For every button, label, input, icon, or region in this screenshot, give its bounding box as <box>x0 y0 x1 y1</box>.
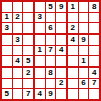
given-cell-r3c7[interactable]: 2 <box>68 23 78 33</box>
empty-cell-r1c8[interactable] <box>79 2 89 12</box>
given-cell-r9c4[interactable]: 4 <box>35 89 45 99</box>
empty-cell-r9c9[interactable] <box>89 89 99 99</box>
given-cell-r6c2[interactable]: 4 <box>13 56 23 66</box>
given-cell-r8c8[interactable]: 6 <box>79 79 89 89</box>
given-cell-r6c8[interactable]: 1 <box>79 56 89 66</box>
empty-cell-r7c7[interactable] <box>68 68 78 78</box>
empty-cell-r4c3[interactable] <box>23 35 33 45</box>
empty-cell-r8c7[interactable] <box>68 79 78 89</box>
empty-cell-r9c2[interactable] <box>13 89 23 99</box>
given-cell-r4c8[interactable]: 9 <box>79 35 89 45</box>
empty-cell-r9c7[interactable] <box>68 89 78 99</box>
given-cell-r4c2[interactable]: 3 <box>13 35 23 45</box>
box-r2c1: 8249 <box>35 68 66 99</box>
empty-cell-r9c6[interactable] <box>56 89 66 99</box>
given-cell-r5c5[interactable]: 7 <box>46 46 56 56</box>
box-r0c0: 123 <box>2 2 33 33</box>
empty-cell-r1c4[interactable] <box>35 2 45 12</box>
box-r1c0: 345 <box>2 35 33 66</box>
sudoku-board: 12359361823451744912578249467 <box>0 0 101 101</box>
empty-cell-r5c3[interactable] <box>23 46 33 56</box>
box-r2c0: 257 <box>2 68 33 99</box>
given-cell-r7c3[interactable]: 2 <box>23 68 33 78</box>
empty-cell-r3c2[interactable] <box>13 23 23 33</box>
empty-cell-r1c3[interactable] <box>23 2 33 12</box>
empty-cell-r1c2[interactable] <box>13 2 23 12</box>
given-cell-r1c9[interactable]: 8 <box>89 2 99 12</box>
given-cell-r8c9[interactable]: 7 <box>89 79 99 89</box>
given-cell-r6c3[interactable]: 5 <box>23 56 33 66</box>
box-r1c2: 491 <box>68 35 99 66</box>
given-cell-r1c6[interactable]: 9 <box>56 2 66 12</box>
empty-cell-r8c3[interactable] <box>23 79 33 89</box>
box-r0c1: 5936 <box>35 2 66 33</box>
empty-cell-r6c4[interactable] <box>35 56 45 66</box>
empty-cell-r6c7[interactable] <box>68 56 78 66</box>
empty-cell-r3c4[interactable] <box>35 23 45 33</box>
given-cell-r3c5[interactable]: 6 <box>46 23 56 33</box>
empty-cell-r1c1[interactable] <box>2 2 12 12</box>
empty-cell-r2c9[interactable] <box>89 13 99 23</box>
given-cell-r9c1[interactable]: 5 <box>2 89 12 99</box>
empty-cell-r2c7[interactable] <box>68 13 78 23</box>
given-cell-r8c6[interactable]: 2 <box>56 79 66 89</box>
given-cell-r5c6[interactable]: 4 <box>56 46 66 56</box>
given-cell-r7c9[interactable]: 4 <box>89 68 99 78</box>
empty-cell-r2c8[interactable] <box>79 13 89 23</box>
empty-cell-r6c9[interactable] <box>89 56 99 66</box>
empty-cell-r8c1[interactable] <box>2 79 12 89</box>
empty-cell-r3c6[interactable] <box>56 23 66 33</box>
empty-cell-r6c5[interactable] <box>46 56 56 66</box>
given-cell-r4c7[interactable]: 4 <box>68 35 78 45</box>
empty-cell-r4c1[interactable] <box>2 35 12 45</box>
given-cell-r1c5[interactable]: 5 <box>46 2 56 12</box>
given-cell-r3c1[interactable]: 3 <box>2 23 12 33</box>
empty-cell-r4c4[interactable] <box>35 35 45 45</box>
empty-cell-r5c8[interactable] <box>79 46 89 56</box>
empty-cell-r9c8[interactable] <box>79 89 89 99</box>
box-r0c2: 182 <box>68 2 99 33</box>
empty-cell-r3c9[interactable] <box>89 23 99 33</box>
empty-cell-r7c1[interactable] <box>2 68 12 78</box>
empty-cell-r4c5[interactable] <box>46 35 56 45</box>
empty-cell-r5c1[interactable] <box>2 46 12 56</box>
given-cell-r9c5[interactable]: 9 <box>46 89 56 99</box>
given-cell-r5c4[interactable]: 1 <box>35 46 45 56</box>
empty-cell-r2c6[interactable] <box>56 13 66 23</box>
given-cell-r2c1[interactable]: 1 <box>2 13 12 23</box>
empty-cell-r4c9[interactable] <box>89 35 99 45</box>
empty-cell-r2c5[interactable] <box>46 13 56 23</box>
given-cell-r2c4[interactable]: 3 <box>35 13 45 23</box>
empty-cell-r7c6[interactable] <box>56 68 66 78</box>
empty-cell-r8c4[interactable] <box>35 79 45 89</box>
empty-cell-r3c8[interactable] <box>79 23 89 33</box>
box-r2c2: 467 <box>68 68 99 99</box>
empty-cell-r5c7[interactable] <box>68 46 78 56</box>
given-cell-r7c5[interactable]: 8 <box>46 68 56 78</box>
empty-cell-r8c5[interactable] <box>46 79 56 89</box>
empty-cell-r7c4[interactable] <box>35 68 45 78</box>
empty-cell-r6c1[interactable] <box>2 56 12 66</box>
empty-cell-r2c3[interactable] <box>23 13 33 23</box>
empty-cell-r7c8[interactable] <box>79 68 89 78</box>
empty-cell-r5c2[interactable] <box>13 46 23 56</box>
given-cell-r2c2[interactable]: 2 <box>13 13 23 23</box>
box-r1c1: 174 <box>35 35 66 66</box>
empty-cell-r4c6[interactable] <box>56 35 66 45</box>
empty-cell-r7c2[interactable] <box>13 68 23 78</box>
given-cell-r9c3[interactable]: 7 <box>23 89 33 99</box>
empty-cell-r6c6[interactable] <box>56 56 66 66</box>
empty-cell-r3c3[interactable] <box>23 23 33 33</box>
given-cell-r1c7[interactable]: 1 <box>68 2 78 12</box>
empty-cell-r5c9[interactable] <box>89 46 99 56</box>
empty-cell-r8c2[interactable] <box>13 79 23 89</box>
